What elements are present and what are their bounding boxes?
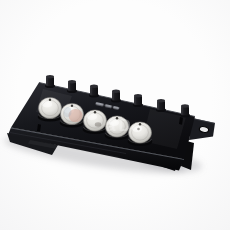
black-knob — [67, 80, 77, 93]
chrome-knob-mark — [137, 128, 140, 131]
black-knob — [111, 90, 121, 103]
black-knob — [89, 85, 99, 98]
black-knob — [133, 94, 143, 107]
chrome-knob — [83, 110, 107, 134]
product-photo: aD — [0, 0, 230, 230]
chrome-knob-smudge — [95, 122, 101, 126]
photo-background: aD — [0, 0, 230, 230]
black-knob — [156, 99, 166, 112]
black-knob — [45, 75, 55, 88]
chrome-knob-blue-reflection — [64, 107, 72, 117]
photo-watermark: aD — [106, 116, 134, 135]
chrome-knob — [38, 97, 62, 121]
black-knob — [180, 104, 190, 117]
